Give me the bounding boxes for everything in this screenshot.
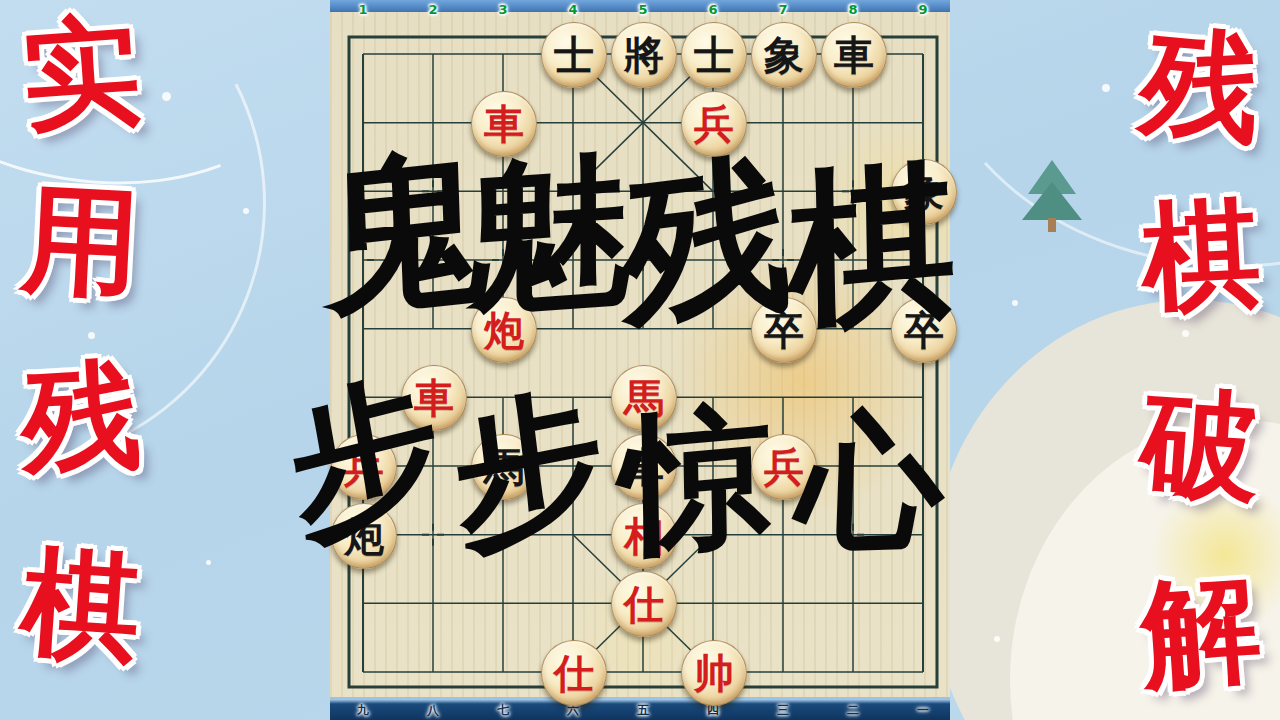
snow-dot [1102, 84, 1110, 92]
piece-glyph: 仕 [624, 584, 664, 624]
piece-glyph: 車 [484, 104, 524, 144]
banner-char-破: 破 [1138, 382, 1264, 508]
tree-trunk [1048, 218, 1056, 232]
file-label-top-8: 8 [848, 2, 857, 17]
piece-glyph: 象 [764, 35, 804, 75]
snow-dot [162, 92, 171, 101]
file-label-top-7: 7 [778, 2, 787, 17]
file-label-top-5: 5 [638, 2, 647, 17]
thumbnail-stage: 123456789 九八七六五四三二一 士將士象車車兵象炮卒卒車馬兵馬車兵炮相仕… [0, 0, 1280, 720]
banner-char-实: 实 [18, 10, 144, 136]
file-label-bottom-八: 八 [427, 702, 439, 719]
file-label-top-6: 6 [708, 2, 717, 17]
brush-char-残: 残 [618, 146, 794, 335]
snow-dot [243, 208, 249, 214]
piece-red-帅[interactable]: 帅 [681, 640, 747, 706]
banner-char-棋: 棋 [18, 542, 144, 668]
snow-dot [994, 636, 1000, 642]
file-label-bottom-二: 二 [847, 702, 859, 719]
file-label-top-2: 2 [428, 2, 437, 17]
snow-dot [88, 332, 95, 339]
snow-dot [1182, 330, 1189, 337]
file-coordinates-top-bar: 123456789 [330, 0, 950, 12]
file-label-bottom-三: 三 [777, 702, 789, 719]
piece-glyph: 士 [694, 35, 734, 75]
banner-char-解: 解 [1138, 568, 1264, 694]
brush-char-鬼: 鬼 [320, 137, 493, 323]
piece-glyph: 仕 [554, 653, 594, 693]
file-label-top-4: 4 [568, 2, 577, 17]
piece-black-士[interactable]: 士 [541, 22, 607, 88]
snow-dot [206, 560, 211, 565]
file-label-bottom-七: 七 [497, 702, 509, 719]
piece-glyph: 帅 [694, 653, 734, 693]
piece-black-將[interactable]: 將 [611, 22, 677, 88]
file-label-top-9: 9 [918, 2, 927, 17]
banner-char-用: 用 [19, 179, 143, 303]
banner-char-残: 残 [1137, 21, 1265, 149]
file-label-top-1: 1 [358, 2, 367, 17]
file-label-bottom-五: 五 [637, 702, 649, 719]
piece-red-仕[interactable]: 仕 [541, 640, 607, 706]
file-coordinates-bottom-bar: 九八七六五四三二一 [330, 697, 950, 720]
piece-black-士[interactable]: 士 [681, 22, 747, 88]
piece-glyph: 士 [554, 35, 594, 75]
brush-char-步: 步 [277, 363, 451, 550]
file-label-top-3: 3 [498, 2, 507, 17]
brush-char-魅: 魅 [468, 146, 632, 322]
brush-char-棋: 棋 [787, 152, 957, 335]
piece-black-車[interactable]: 車 [821, 22, 887, 88]
banner-char-棋: 棋 [1139, 193, 1263, 317]
piece-black-象[interactable]: 象 [751, 22, 817, 88]
brush-char-心: 心 [795, 405, 946, 556]
piece-glyph: 車 [834, 35, 874, 75]
piece-red-仕[interactable]: 仕 [611, 571, 677, 637]
piece-glyph: 將 [624, 35, 664, 75]
snow-dot [1012, 300, 1018, 306]
brush-char-步: 步 [444, 378, 612, 558]
file-label-bottom-一: 一 [917, 702, 929, 719]
file-label-bottom-九: 九 [357, 702, 369, 719]
brush-char-惊: 惊 [621, 397, 773, 560]
banner-char-残: 残 [19, 355, 143, 479]
